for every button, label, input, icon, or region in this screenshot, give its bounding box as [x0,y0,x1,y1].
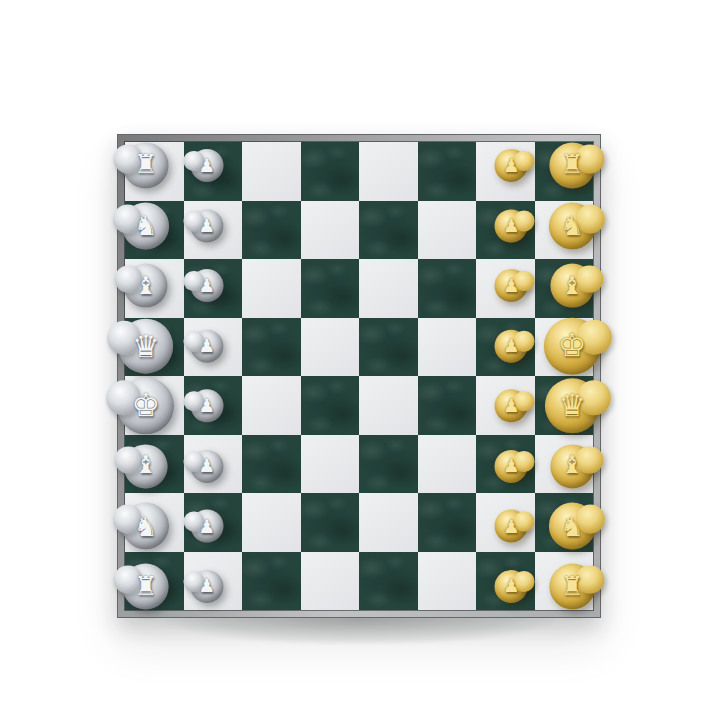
black-pawn-glyph: ♟ [503,397,520,415]
square-h8[interactable]: ♜ [535,552,594,611]
black-bishop-glyph: ♝ [561,454,583,479]
square-c2[interactable]: ♟ [184,259,243,318]
piece-white-pawn[interactable]: ♟ [190,570,223,603]
square-g4[interactable] [301,493,360,552]
white-knight-glyph: ♞ [134,213,158,239]
square-e3[interactable] [242,376,301,435]
white-pawn-glyph: ♟ [198,457,215,475]
square-b7[interactable]: ♟ [476,201,535,260]
square-e5[interactable] [359,376,418,435]
square-h3[interactable] [242,552,301,611]
square-b2[interactable]: ♟ [184,201,243,260]
square-f5[interactable] [359,435,418,494]
piece-black-pawn[interactable]: ♟ [495,390,528,423]
piece-white-pawn[interactable]: ♟ [190,209,223,242]
white-king-glyph: ♚ [132,390,161,422]
square-h5[interactable] [359,552,418,611]
white-rook-glyph: ♜ [134,153,157,179]
square-h1[interactable]: ♜ [125,552,184,611]
piece-white-bishop[interactable]: ♝ [124,264,168,308]
square-f7[interactable]: ♟ [476,435,535,494]
square-a7[interactable]: ♟ [476,142,535,201]
white-pawn-glyph: ♟ [198,337,215,355]
square-b8[interactable]: ♞ [535,201,594,260]
piece-white-bishop[interactable]: ♝ [124,444,168,488]
square-c1[interactable]: ♝ [125,259,184,318]
white-pawn-glyph: ♟ [198,156,215,174]
square-a5[interactable] [359,142,418,201]
piece-black-queen[interactable]: ♛ [545,379,600,434]
square-b1[interactable]: ♞ [125,201,184,260]
piece-black-rook[interactable]: ♜ [549,563,595,609]
square-h4[interactable] [301,552,360,611]
white-knight-glyph: ♞ [134,513,158,539]
square-g6[interactable] [418,493,477,552]
piece-white-queen[interactable]: ♛ [118,318,173,373]
square-e4[interactable] [301,376,360,435]
piece-black-pawn[interactable]: ♟ [495,450,528,483]
piece-black-rook[interactable]: ♜ [549,143,595,189]
chess-board: ♜♟♟♜♞♟♟♞♝♟♟♝♛♟♟♚♚♟♟♛♝♟♟♝♞♟♟♞♜♟♟♜ [125,142,593,610]
white-pawn-glyph: ♟ [198,217,215,235]
piece-white-pawn[interactable]: ♟ [190,269,223,302]
square-e1[interactable]: ♚ [125,376,184,435]
black-pawn-glyph: ♟ [503,217,520,235]
black-queen-glyph: ♛ [558,391,586,422]
black-bishop-glyph: ♝ [561,274,583,299]
piece-black-king[interactable]: ♚ [544,317,601,374]
square-c7[interactable]: ♟ [476,259,535,318]
square-f6[interactable] [418,435,477,494]
square-a4[interactable] [301,142,360,201]
white-queen-glyph: ♛ [132,331,160,362]
square-d8[interactable]: ♚ [535,318,594,377]
black-king-glyph: ♚ [558,330,587,362]
square-c4[interactable] [301,259,360,318]
piece-white-rook[interactable]: ♜ [123,563,169,609]
square-d3[interactable] [242,318,301,377]
white-rook-glyph: ♜ [134,573,157,599]
white-pawn-glyph: ♟ [198,517,215,535]
piece-black-pawn[interactable]: ♟ [495,329,528,362]
piece-black-pawn[interactable]: ♟ [495,209,528,242]
square-b6[interactable] [418,201,477,260]
square-a2[interactable]: ♟ [184,142,243,201]
piece-white-knight[interactable]: ♞ [122,202,169,249]
square-f2[interactable]: ♟ [184,435,243,494]
black-pawn-glyph: ♟ [503,277,520,295]
square-b5[interactable] [359,201,418,260]
square-b4[interactable] [301,201,360,260]
white-pawn-glyph: ♟ [198,277,215,295]
piece-black-knight[interactable]: ♞ [549,503,596,550]
square-h6[interactable] [418,552,477,611]
white-pawn-glyph: ♟ [198,577,215,595]
square-g5[interactable] [359,493,418,552]
piece-black-pawn[interactable]: ♟ [495,269,528,302]
square-g7[interactable]: ♟ [476,493,535,552]
piece-white-pawn[interactable]: ♟ [190,149,223,182]
square-g8[interactable]: ♞ [535,493,594,552]
piece-black-knight[interactable]: ♞ [549,202,596,249]
square-a1[interactable]: ♜ [125,142,184,201]
piece-black-bishop[interactable]: ♝ [550,264,594,308]
square-e8[interactable]: ♛ [535,376,594,435]
square-d2[interactable]: ♟ [184,318,243,377]
square-g3[interactable] [242,493,301,552]
square-d5[interactable] [359,318,418,377]
square-b3[interactable] [242,201,301,260]
square-a3[interactable] [242,142,301,201]
square-d4[interactable] [301,318,360,377]
piece-white-rook[interactable]: ♜ [123,143,169,189]
piece-white-pawn[interactable]: ♟ [190,329,223,362]
white-bishop-glyph: ♝ [135,454,157,479]
square-h2[interactable]: ♟ [184,552,243,611]
black-pawn-glyph: ♟ [503,337,520,355]
piece-black-pawn[interactable]: ♟ [495,510,528,543]
black-knight-glyph: ♞ [560,213,584,239]
black-pawn-glyph: ♟ [503,517,520,535]
square-a8[interactable]: ♜ [535,142,594,201]
square-d1[interactable]: ♛ [125,318,184,377]
black-pawn-glyph: ♟ [503,457,520,475]
piece-white-king[interactable]: ♚ [117,378,174,435]
square-c8[interactable]: ♝ [535,259,594,318]
square-c6[interactable] [418,259,477,318]
black-rook-glyph: ♜ [561,153,584,179]
square-g1[interactable]: ♞ [125,493,184,552]
black-pawn-glyph: ♟ [503,156,520,174]
square-c3[interactable] [242,259,301,318]
square-e7[interactable]: ♟ [476,376,535,435]
black-pawn-glyph: ♟ [503,577,520,595]
piece-black-bishop[interactable]: ♝ [550,444,594,488]
square-f3[interactable] [242,435,301,494]
piece-white-knight[interactable]: ♞ [122,503,169,550]
white-bishop-glyph: ♝ [135,274,157,299]
white-pawn-glyph: ♟ [198,397,215,415]
square-g2[interactable]: ♟ [184,493,243,552]
black-knight-glyph: ♞ [560,513,584,539]
piece-black-pawn[interactable]: ♟ [495,149,528,182]
square-f8[interactable]: ♝ [535,435,594,494]
square-e6[interactable] [418,376,477,435]
piece-white-pawn[interactable]: ♟ [190,450,223,483]
chess-board-frame: ♜♟♟♜♞♟♟♞♝♟♟♝♛♟♟♚♚♟♟♛♝♟♟♝♞♟♟♞♜♟♟♜ [117,134,601,618]
square-f4[interactable] [301,435,360,494]
piece-white-pawn[interactable]: ♟ [190,390,223,423]
square-e2[interactable]: ♟ [184,376,243,435]
square-h7[interactable]: ♟ [476,552,535,611]
black-rook-glyph: ♜ [561,573,584,599]
square-d6[interactable] [418,318,477,377]
product-photo-scene: ♜♟♟♜♞♟♟♞♝♟♟♝♛♟♟♚♚♟♟♛♝♟♟♝♞♟♟♞♜♟♟♜ [0,0,720,720]
square-a6[interactable] [418,142,477,201]
square-d7[interactable]: ♟ [476,318,535,377]
piece-black-pawn[interactable]: ♟ [495,570,528,603]
square-f1[interactable]: ♝ [125,435,184,494]
square-c5[interactable] [359,259,418,318]
piece-white-pawn[interactable]: ♟ [190,510,223,543]
